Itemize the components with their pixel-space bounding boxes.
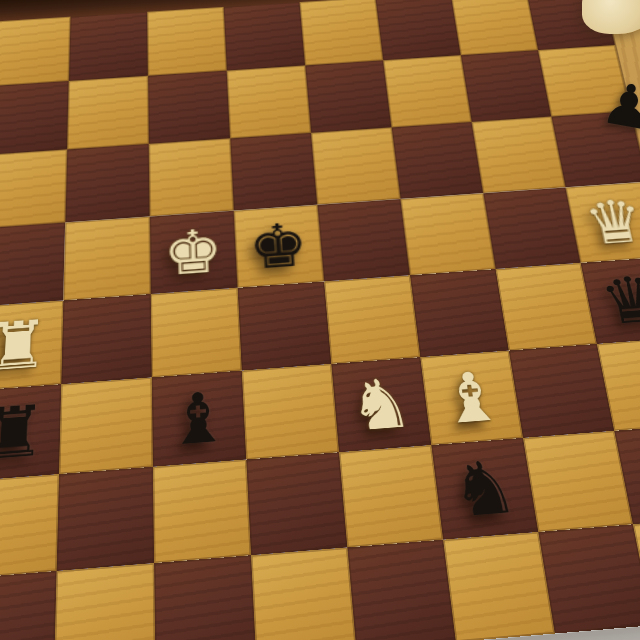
square-f7[interactable] <box>383 55 471 127</box>
board-middle: 87654321 ♚♚♛♜♛♜♝♞♝♞♝ 87654321 <box>0 0 640 640</box>
square-d3[interactable] <box>242 364 339 460</box>
square-e2[interactable] <box>339 445 443 547</box>
square-d6[interactable] <box>230 133 317 211</box>
square-g7[interactable] <box>461 50 552 122</box>
square-e4[interactable] <box>324 275 420 364</box>
square-g6[interactable] <box>472 117 566 194</box>
black-king[interactable]: ♚ <box>247 214 310 278</box>
square-f5[interactable] <box>400 193 495 275</box>
offboard-white-piece-partial <box>582 0 640 34</box>
table-surface: 87654321 ♚♚♛♜♛♜♝♞♝♞♝ 87654321 ♟ <box>0 0 640 640</box>
square-d5[interactable]: ♚ <box>234 205 324 288</box>
square-c7[interactable] <box>148 71 230 144</box>
square-e3[interactable]: ♞ <box>331 357 431 452</box>
square-c2[interactable] <box>153 460 251 564</box>
square-g5[interactable] <box>483 187 580 269</box>
square-b1[interactable] <box>54 563 155 640</box>
square-f2[interactable]: ♞ <box>431 438 538 540</box>
square-a4[interactable]: ♜ <box>0 301 63 392</box>
square-c1[interactable] <box>154 555 256 640</box>
square-e1[interactable] <box>347 540 456 640</box>
square-e5[interactable] <box>317 199 410 282</box>
square-g3[interactable] <box>509 344 614 438</box>
square-a1[interactable] <box>0 571 57 640</box>
white-bishop[interactable]: ♝ <box>435 361 507 434</box>
white-queen[interactable]: ♛ <box>580 191 640 254</box>
black-queen[interactable]: ♛ <box>595 267 640 334</box>
black-rook[interactable]: ♜ <box>0 395 47 470</box>
square-a7[interactable] <box>0 81 69 155</box>
chess-board: 87654321 ♚♚♛♜♛♜♝♞♝♞♝ 87654321 <box>0 0 640 640</box>
square-b5[interactable] <box>63 217 150 301</box>
white-rook[interactable]: ♜ <box>0 311 50 381</box>
square-d8[interactable] <box>224 2 306 71</box>
square-d4[interactable] <box>238 282 332 371</box>
square-b4[interactable] <box>61 294 152 384</box>
square-f6[interactable] <box>392 122 484 199</box>
square-g8[interactable] <box>451 0 538 55</box>
square-f4[interactable] <box>410 269 509 357</box>
square-a3[interactable]: ♜ <box>0 384 61 481</box>
black-bishop[interactable]: ♝ <box>630 435 640 512</box>
square-a5[interactable] <box>0 222 65 306</box>
square-b2[interactable] <box>57 467 155 571</box>
square-b6[interactable] <box>65 144 149 223</box>
square-b3[interactable] <box>59 377 153 474</box>
square-a2[interactable] <box>0 474 59 579</box>
square-e7[interactable] <box>305 60 391 133</box>
square-c3[interactable]: ♝ <box>152 371 246 467</box>
board-perspective-wrap: 87654321 ♚♚♛♜♛♜♝♞♝♞♝ 87654321 <box>0 0 640 640</box>
black-knight[interactable]: ♞ <box>447 449 522 527</box>
white-knight[interactable]: ♞ <box>346 368 416 441</box>
square-a6[interactable] <box>0 149 67 228</box>
square-d2[interactable] <box>246 452 347 555</box>
square-b8[interactable] <box>69 12 148 81</box>
square-c5[interactable]: ♚ <box>150 211 238 295</box>
square-c8[interactable] <box>147 7 227 76</box>
board-grid: ♚♚♛♜♛♜♝♞♝♞♝ <box>0 0 640 640</box>
square-f1[interactable] <box>443 532 555 640</box>
square-e8[interactable] <box>300 0 384 65</box>
square-c6[interactable] <box>149 138 234 216</box>
square-d7[interactable] <box>227 65 311 138</box>
square-d1[interactable] <box>251 547 356 640</box>
white-king[interactable]: ♚ <box>163 220 224 284</box>
square-e6[interactable] <box>311 127 400 204</box>
square-c4[interactable] <box>151 288 242 378</box>
square-a8[interactable] <box>0 17 70 87</box>
square-f3[interactable]: ♝ <box>420 351 523 446</box>
square-g1[interactable] <box>538 524 640 633</box>
square-b7[interactable] <box>67 76 149 150</box>
square-f8[interactable] <box>375 0 461 60</box>
square-g4[interactable] <box>496 263 597 351</box>
black-bishop[interactable]: ♝ <box>166 381 232 455</box>
